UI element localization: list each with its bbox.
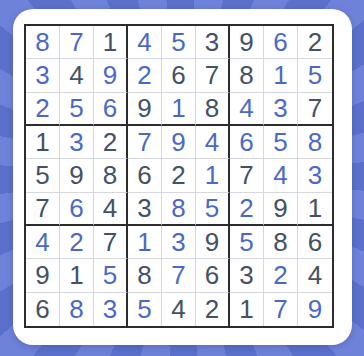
cell-r8c6[interactable]: 6: [196, 259, 230, 292]
cell-r5c6[interactable]: 1: [196, 159, 230, 192]
cell-r7c5[interactable]: 3: [162, 226, 196, 259]
cell-r1c4[interactable]: 4: [128, 26, 162, 59]
cell-r6c4[interactable]: 3: [128, 193, 162, 226]
cell-r1c5[interactable]: 5: [162, 26, 196, 59]
cell-r1c8[interactable]: 6: [264, 26, 298, 59]
cell-r2c8[interactable]: 1: [264, 59, 298, 92]
cell-r1c9[interactable]: 2: [298, 26, 332, 59]
cell-r5c2[interactable]: 9: [60, 159, 94, 192]
cell-r1c1[interactable]: 8: [26, 26, 60, 59]
cell-r3c1[interactable]: 2: [26, 93, 60, 126]
cell-r7c1[interactable]: 4: [26, 226, 60, 259]
cell-r4c6[interactable]: 4: [196, 126, 230, 159]
cell-r3c6[interactable]: 8: [196, 93, 230, 126]
cell-r6c5[interactable]: 8: [162, 193, 196, 226]
cell-r1c7[interactable]: 9: [230, 26, 264, 59]
cell-r9c1[interactable]: 6: [26, 293, 60, 326]
cell-r8c7[interactable]: 3: [230, 259, 264, 292]
cell-r9c3[interactable]: 3: [94, 293, 128, 326]
cell-r3c4[interactable]: 9: [128, 93, 162, 126]
cell-r7c9[interactable]: 6: [298, 226, 332, 259]
cell-r3c2[interactable]: 5: [60, 93, 94, 126]
cell-r4c4[interactable]: 7: [128, 126, 162, 159]
cell-r2c3[interactable]: 9: [94, 59, 128, 92]
cell-r9c5[interactable]: 4: [162, 293, 196, 326]
cell-r7c6[interactable]: 9: [196, 226, 230, 259]
cell-r9c6[interactable]: 2: [196, 293, 230, 326]
cell-r8c1[interactable]: 9: [26, 259, 60, 292]
cell-r9c8[interactable]: 7: [264, 293, 298, 326]
cell-r3c9[interactable]: 7: [298, 93, 332, 126]
cell-r4c2[interactable]: 3: [60, 126, 94, 159]
cell-r1c3[interactable]: 1: [94, 26, 128, 59]
cell-r7c3[interactable]: 7: [94, 226, 128, 259]
cell-r6c6[interactable]: 5: [196, 193, 230, 226]
cell-r7c2[interactable]: 2: [60, 226, 94, 259]
cell-r2c7[interactable]: 8: [230, 59, 264, 92]
cell-r2c4[interactable]: 2: [128, 59, 162, 92]
cell-r4c7[interactable]: 6: [230, 126, 264, 159]
cell-r2c1[interactable]: 3: [26, 59, 60, 92]
cell-r3c8[interactable]: 3: [264, 93, 298, 126]
cell-r8c2[interactable]: 1: [60, 259, 94, 292]
cell-r6c1[interactable]: 7: [26, 193, 60, 226]
cell-r4c3[interactable]: 2: [94, 126, 128, 159]
cell-r9c7[interactable]: 1: [230, 293, 264, 326]
cell-r9c2[interactable]: 8: [60, 293, 94, 326]
cell-r1c2[interactable]: 7: [60, 26, 94, 59]
puzzle-card: 8714539623492678152569184371327946585986…: [13, 9, 352, 345]
cell-r6c2[interactable]: 6: [60, 193, 94, 226]
cell-r7c4[interactable]: 1: [128, 226, 162, 259]
cell-r4c1[interactable]: 1: [26, 126, 60, 159]
cell-r5c5[interactable]: 2: [162, 159, 196, 192]
cell-r9c9[interactable]: 9: [298, 293, 332, 326]
sudoku-board: 8714539623492678152569184371327946585986…: [24, 24, 334, 328]
cell-r5c4[interactable]: 6: [128, 159, 162, 192]
cell-r8c9[interactable]: 4: [298, 259, 332, 292]
cell-r8c3[interactable]: 5: [94, 259, 128, 292]
cell-r4c9[interactable]: 8: [298, 126, 332, 159]
cell-r6c9[interactable]: 1: [298, 193, 332, 226]
cell-r2c2[interactable]: 4: [60, 59, 94, 92]
cell-r2c6[interactable]: 7: [196, 59, 230, 92]
cell-r5c7[interactable]: 7: [230, 159, 264, 192]
cell-r4c8[interactable]: 5: [264, 126, 298, 159]
cell-r7c7[interactable]: 5: [230, 226, 264, 259]
cell-r5c9[interactable]: 3: [298, 159, 332, 192]
cell-r5c3[interactable]: 8: [94, 159, 128, 192]
cell-r4c5[interactable]: 9: [162, 126, 196, 159]
cell-r2c5[interactable]: 6: [162, 59, 196, 92]
cell-r5c8[interactable]: 4: [264, 159, 298, 192]
cell-r6c8[interactable]: 9: [264, 193, 298, 226]
cell-r3c7[interactable]: 4: [230, 93, 264, 126]
cell-r5c1[interactable]: 5: [26, 159, 60, 192]
cell-r2c9[interactable]: 5: [298, 59, 332, 92]
cell-r9c4[interactable]: 5: [128, 293, 162, 326]
cell-r8c5[interactable]: 7: [162, 259, 196, 292]
cell-r6c3[interactable]: 4: [94, 193, 128, 226]
cell-r1c6[interactable]: 3: [196, 26, 230, 59]
cell-r3c5[interactable]: 1: [162, 93, 196, 126]
cell-r8c8[interactable]: 2: [264, 259, 298, 292]
cell-r8c4[interactable]: 8: [128, 259, 162, 292]
cell-r6c7[interactable]: 2: [230, 193, 264, 226]
cell-r3c3[interactable]: 6: [94, 93, 128, 126]
cell-r7c8[interactable]: 8: [264, 226, 298, 259]
